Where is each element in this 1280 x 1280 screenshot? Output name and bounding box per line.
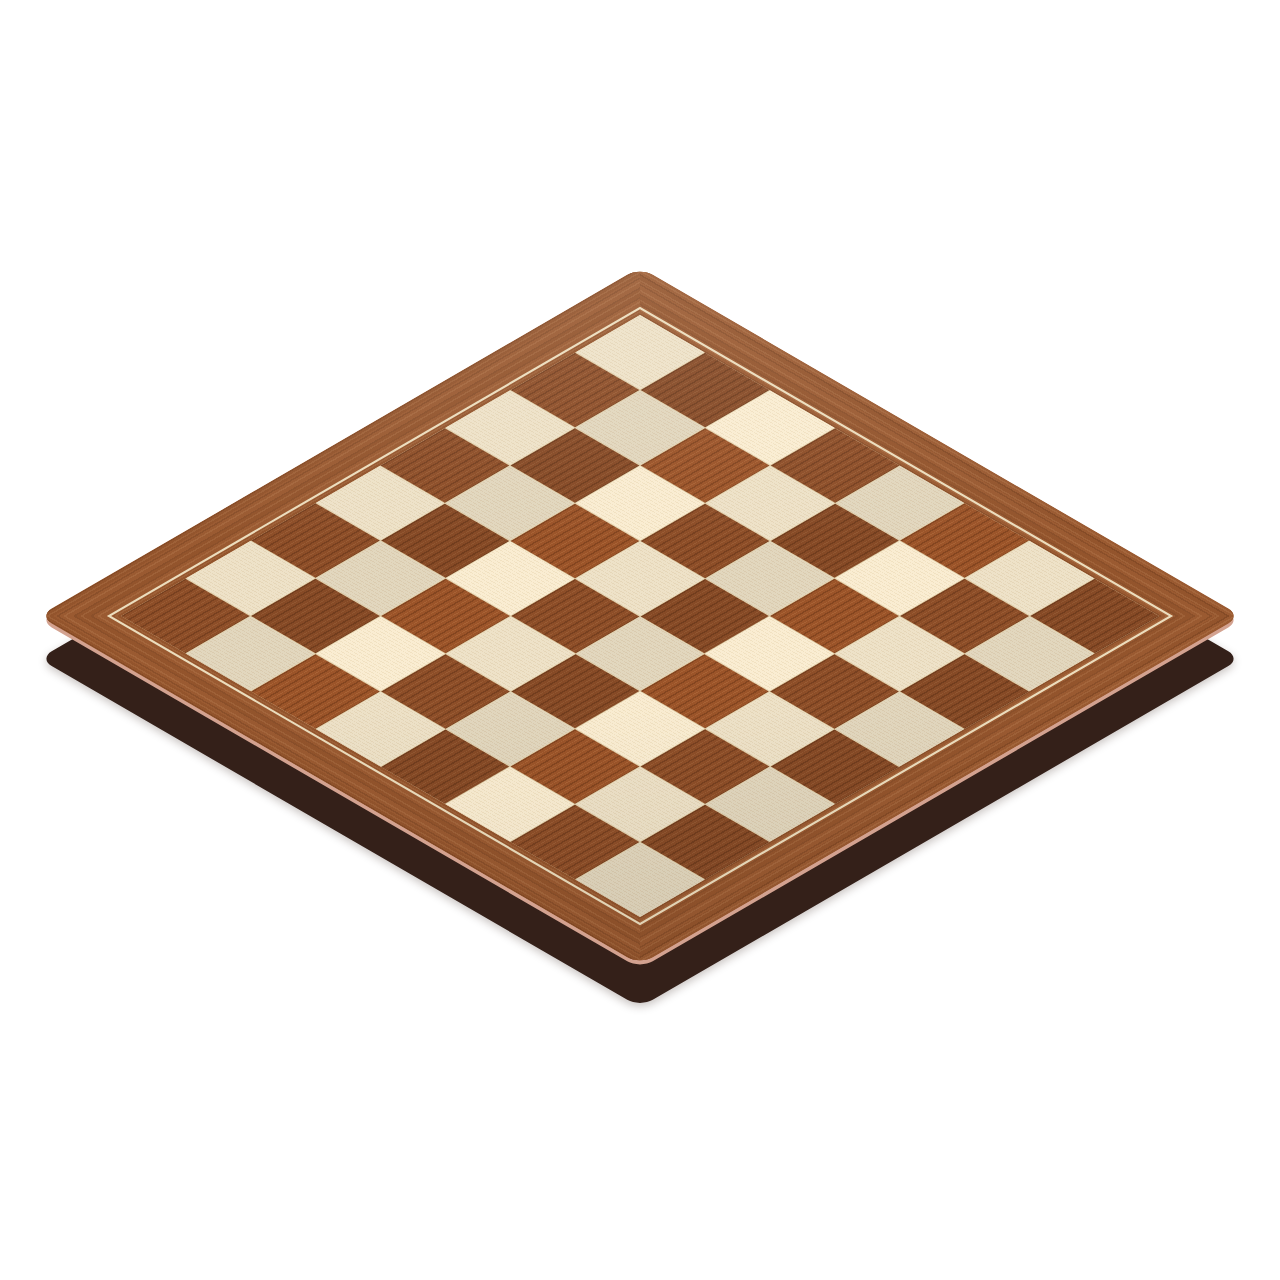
board-squares-grid: [121, 315, 1159, 917]
product-photo-canvas: [0, 0, 1280, 1280]
chess-board: [39, 267, 1241, 964]
